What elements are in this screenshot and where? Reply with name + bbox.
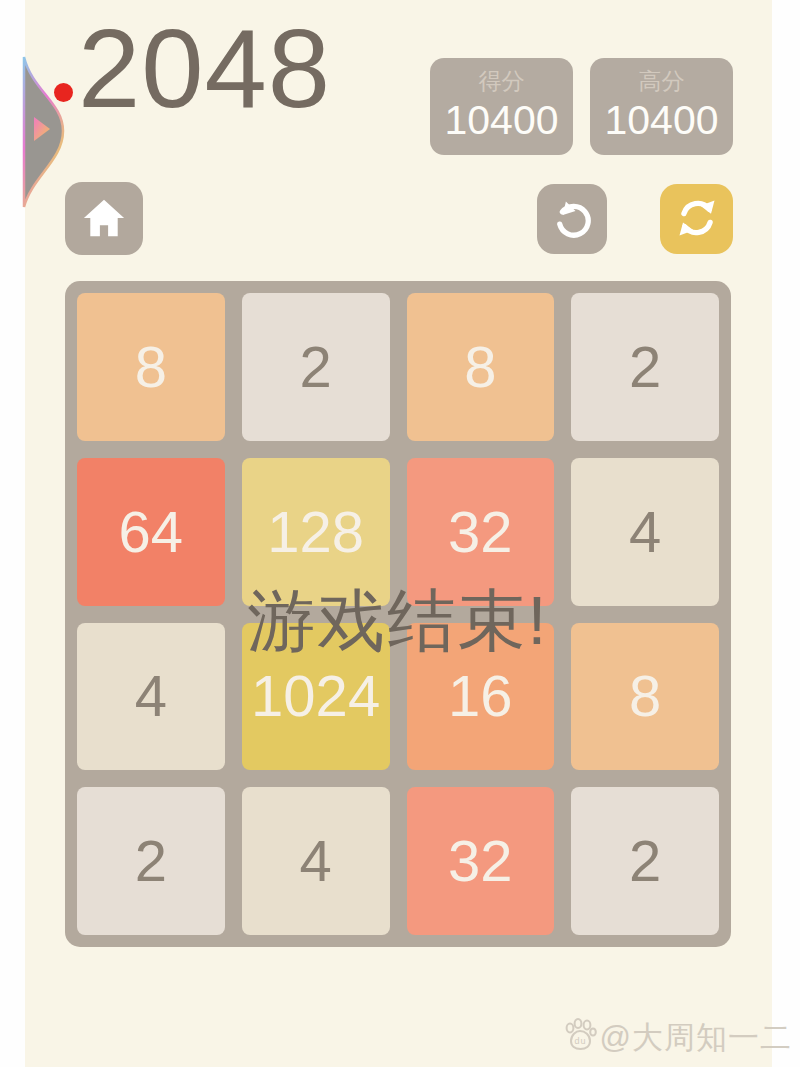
tile-32: 32 — [407, 787, 555, 935]
tile-4: 4 — [242, 787, 390, 935]
watermark: du @大周知一二 — [562, 1017, 792, 1059]
best-score-value: 10400 — [604, 97, 718, 144]
tile-2: 2 — [571, 293, 719, 441]
tile-2: 2 — [77, 787, 225, 935]
edge-assistant-widget[interactable] — [22, 55, 70, 214]
tile-8: 8 — [77, 293, 225, 441]
home-button[interactable] — [65, 182, 143, 255]
tile-8: 8 — [407, 293, 555, 441]
game-over-text: 游戏结束! — [65, 576, 731, 667]
restart-button[interactable] — [660, 184, 733, 254]
best-score-label: 高分 — [639, 70, 685, 93]
edge-blob — [22, 55, 70, 210]
paw-du-label: du — [574, 1036, 586, 1046]
restart-icon — [676, 197, 718, 242]
tile-2: 2 — [571, 787, 719, 935]
undo-button[interactable] — [537, 184, 607, 254]
paw-icon: du — [562, 1017, 598, 1059]
undo-icon — [551, 197, 593, 242]
score-box: 得分 10400 — [430, 58, 573, 155]
score-value: 10400 — [444, 97, 558, 144]
home-icon — [82, 196, 126, 241]
tile-2: 2 — [242, 293, 390, 441]
notification-dot — [54, 83, 73, 102]
score-label: 得分 — [479, 70, 525, 93]
watermark-text: @大周知一二 — [600, 1017, 792, 1059]
best-score-box: 高分 10400 — [590, 58, 733, 155]
page-title: 2048 — [78, 0, 331, 142]
